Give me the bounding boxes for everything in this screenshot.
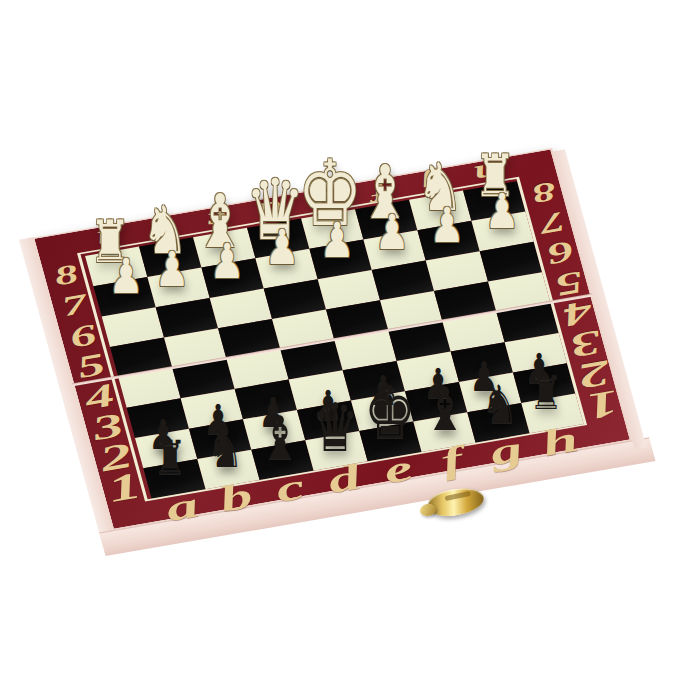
piece-black-rook-h1[interactable]: ♜	[529, 369, 563, 416]
piece-black-bishop-f1[interactable]: ♝	[424, 380, 467, 440]
piece-black-knight-g1[interactable]: ♞	[481, 379, 519, 432]
piece-black-rook-a1[interactable]: ♜	[153, 435, 187, 482]
piece-white-pawn-a7[interactable]: ♟	[109, 252, 144, 300]
piece-white-pawn-e7[interactable]: ♟	[320, 216, 355, 264]
piece-black-queen-d1[interactable]: ♛	[311, 395, 359, 462]
piece-black-king-e1[interactable]: ♚	[364, 376, 416, 449]
piece-white-pawn-f7[interactable]: ♟	[375, 209, 410, 257]
chess-set-photo: 88aa77bb66cc55dd44ee33ff22gg11hh ♜♞♝♛♚♝♞…	[0, 0, 700, 700]
pieces-layer: ♜♞♝♛♚♝♞♜♟♟♟♟♟♟♟♟♟♟♟♟♟♟♟♟♜♞♝♛♚♝♞♜	[0, 0, 700, 700]
piece-black-bishop-c1[interactable]: ♝	[259, 409, 302, 469]
piece-white-pawn-d7[interactable]: ♟	[265, 223, 300, 271]
piece-white-pawn-h7[interactable]: ♟	[485, 187, 520, 235]
piece-white-pawn-g7[interactable]: ♟	[430, 201, 465, 249]
piece-white-pawn-c7[interactable]: ♟	[210, 238, 245, 286]
piece-black-knight-b1[interactable]: ♞	[206, 422, 244, 475]
piece-white-pawn-b7[interactable]: ♟	[155, 245, 190, 293]
